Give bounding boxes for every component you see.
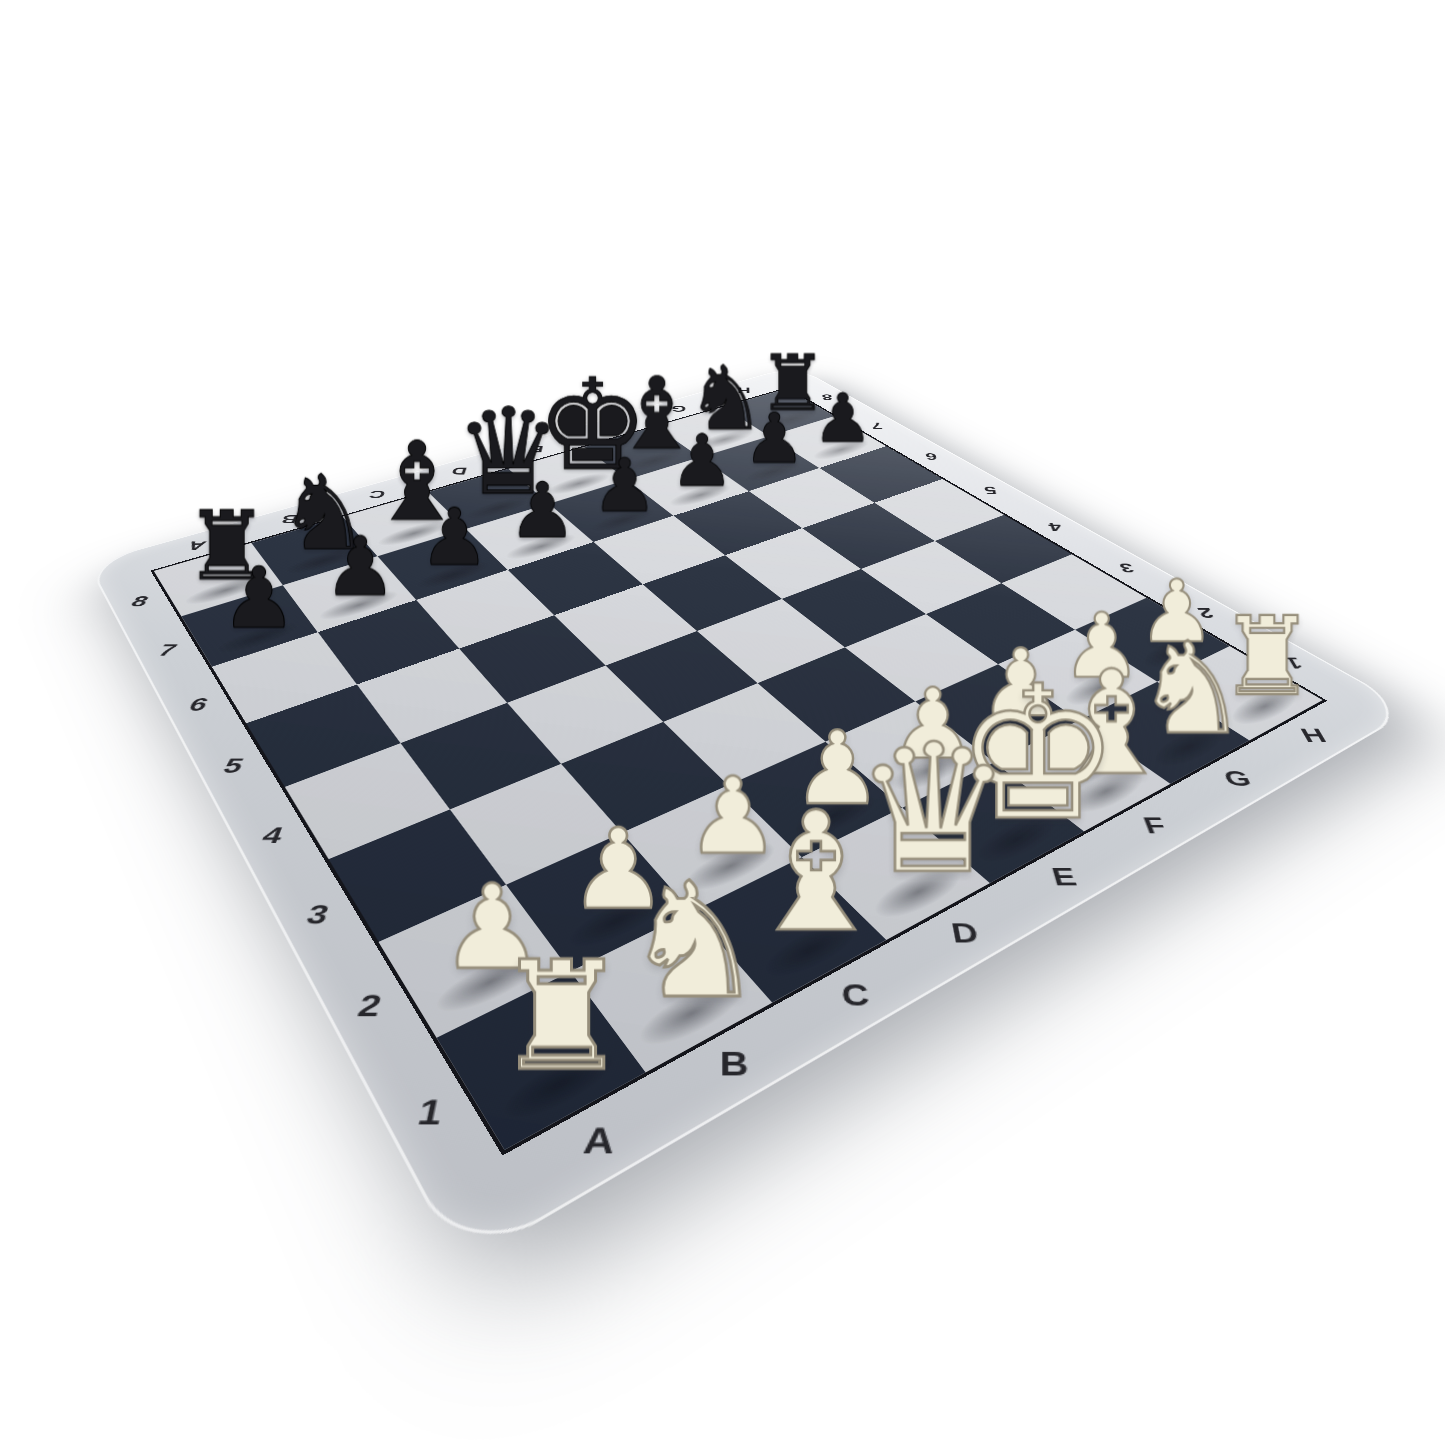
file-label-near-C: C — [821, 971, 888, 1020]
file-label-near-B: B — [700, 1037, 766, 1091]
rank-label-far-4: 4 — [1031, 517, 1078, 537]
rank-label-near-5: 5 — [199, 749, 265, 782]
rank-label-near-1: 1 — [389, 1083, 469, 1141]
file-label-near-A: A — [560, 1111, 634, 1172]
board-scene: ♜♞♝♛♚♝♞♜♟♟♟♟♟♟♟♟♟♟♟♟♟♟♟♟♜♞♝♛♚♝♞♜ 1122334… — [0, 0, 1445, 1445]
rank-label-near-2: 2 — [330, 980, 406, 1030]
file-label-near-D: D — [931, 911, 998, 955]
file-label-near-G: G — [1203, 762, 1271, 796]
rank-label-near-6: 6 — [166, 690, 229, 719]
piece-black-pawn-d7[interactable]: ♟ — [494, 475, 589, 547]
piece-white-knight-b1[interactable]: ♞ — [619, 864, 768, 1015]
chess-mat: ♜♞♝♛♚♝♞♜♟♟♟♟♟♟♟♟♟♟♟♟♟♟♟♟♜♞♝♛♚♝♞♜ 1122334… — [87, 365, 1413, 1266]
file-label-near-E: E — [1030, 857, 1098, 897]
piece-white-rook-a1[interactable]: ♜ — [482, 944, 640, 1087]
piece-black-pawn-e7[interactable]: ♟ — [578, 450, 670, 520]
rank-label-near-7: 7 — [136, 637, 196, 663]
rank-label-near-8: 8 — [110, 589, 168, 612]
piece-black-pawn-a7[interactable]: ♟ — [206, 558, 312, 638]
file-label-near-H: H — [1280, 720, 1347, 751]
rank-label-near-4: 4 — [237, 816, 306, 853]
file-label-near-F: F — [1120, 807, 1188, 844]
piece-black-pawn-c7[interactable]: ♟ — [405, 500, 504, 575]
rank-label-far-6: 6 — [911, 448, 951, 464]
rank-label-near-3: 3 — [280, 892, 352, 935]
product-photo-background: ♜♞♝♛♚♝♞♜♟♟♟♟♟♟♟♟♟♟♟♟♟♟♟♟♜♞♝♛♚♝♞♜ 1122334… — [0, 0, 1445, 1445]
piece-black-pawn-b7[interactable]: ♟ — [309, 528, 411, 606]
rank-label-far-5: 5 — [968, 481, 1011, 499]
